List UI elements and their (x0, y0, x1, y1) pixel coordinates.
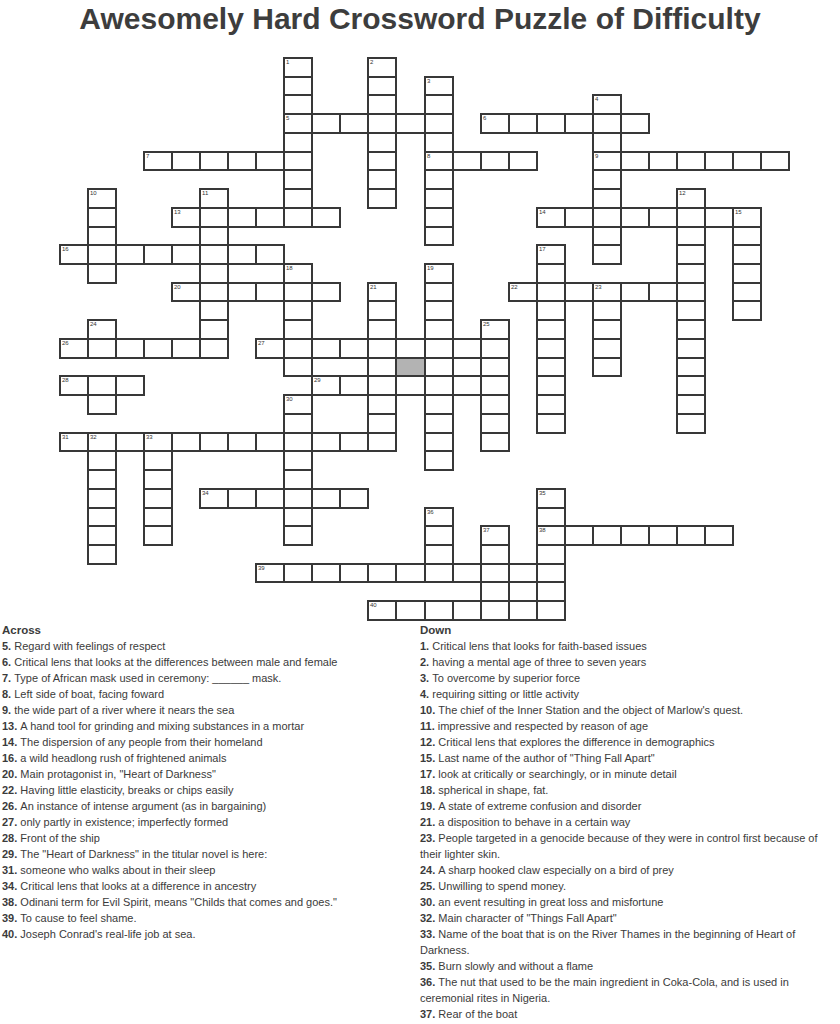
grid-cell[interactable] (564, 525, 594, 546)
grid-cell[interactable] (536, 319, 566, 340)
clue-number: 5. (2, 640, 14, 652)
grid-cell[interactable] (87, 263, 117, 284)
grid-cell[interactable] (676, 413, 706, 434)
grid-cell[interactable] (536, 338, 566, 359)
grid-cell[interactable] (536, 282, 566, 302)
grid-cell[interactable] (115, 375, 145, 396)
cell-number: 15 (735, 209, 742, 216)
grid-cell[interactable] (255, 244, 285, 265)
grid-cell[interactable] (592, 132, 622, 153)
grid-cell[interactable]: 8 (424, 151, 454, 171)
grid-cell[interactable] (480, 151, 510, 171)
grid-cell[interactable] (480, 338, 510, 359)
cell-number: 33 (146, 434, 153, 441)
grid-cell[interactable] (424, 113, 454, 134)
grid-cell[interactable] (395, 563, 426, 583)
grid-cell[interactable] (395, 113, 426, 134)
grid-cell[interactable] (283, 76, 313, 96)
grid-cell[interactable] (367, 188, 397, 209)
grid-cell[interactable] (424, 432, 454, 452)
grid-cell[interactable]: 20 (171, 282, 201, 302)
grid-cell[interactable] (367, 151, 397, 171)
grid-cell[interactable] (480, 394, 510, 415)
grid-cell[interactable] (508, 113, 538, 134)
clue-item: 6. Critical lens that looks at the diffe… (2, 654, 418, 670)
grid-cell[interactable] (283, 300, 313, 321)
grid-cell[interactable] (592, 244, 622, 265)
cell-number: 35 (539, 490, 546, 497)
grid-cell[interactable] (452, 563, 482, 583)
grid-cell[interactable] (732, 300, 762, 321)
grid-cell[interactable] (143, 469, 173, 490)
grid-cell[interactable] (620, 282, 650, 302)
grid-cell[interactable] (395, 338, 426, 359)
grid-cell[interactable] (283, 507, 313, 527)
grid-cell[interactable] (592, 207, 622, 228)
grid-cell[interactable] (199, 244, 229, 265)
grid-cell[interactable]: 5 (283, 113, 313, 134)
grid-cell[interactable] (395, 375, 426, 396)
grid-cell[interactable] (367, 319, 397, 340)
grid-cell[interactable] (255, 151, 285, 171)
grid-cell[interactable] (480, 563, 510, 583)
grid-cell[interactable] (536, 375, 566, 396)
grid-cell[interactable]: 31 (59, 432, 89, 452)
grid-cell[interactable] (115, 338, 145, 359)
grid-cell[interactable]: 2 (367, 57, 397, 78)
grid-cell[interactable] (648, 525, 678, 546)
grid-cell[interactable] (115, 244, 145, 265)
grid-cell[interactable] (255, 207, 285, 228)
grid-cell[interactable] (676, 151, 706, 171)
grid-cell[interactable]: 18 (283, 263, 313, 284)
cell-number: 38 (539, 527, 546, 534)
grid-cell[interactable] (424, 319, 454, 340)
grid-cell[interactable] (283, 132, 313, 153)
grid-cell[interactable] (283, 319, 313, 340)
grid-cell[interactable] (255, 432, 285, 452)
cell-number: 25 (483, 321, 490, 328)
grid-cell[interactable]: 7 (143, 151, 173, 171)
grid-cell[interactable] (367, 375, 397, 396)
grid-cell[interactable]: 36 (424, 507, 454, 527)
grid-cell[interactable]: 12 (676, 188, 706, 209)
clue-number: 6. (2, 656, 14, 668)
grid-cell[interactable] (536, 600, 566, 621)
grid-cell[interactable] (676, 226, 706, 246)
grid-cell[interactable] (732, 263, 762, 284)
grid-cell[interactable] (424, 338, 454, 359)
grid-cell[interactable] (592, 113, 622, 134)
grid-cell[interactable]: 11 (199, 188, 229, 209)
grid-cell[interactable]: 27 (255, 338, 285, 359)
grid-cell[interactable] (199, 432, 229, 452)
clue-item: 25. Unwilling to spend money. (420, 878, 838, 894)
clue-number: 23. (420, 832, 438, 844)
grid-cell[interactable] (283, 151, 313, 171)
grid-cell[interactable] (424, 132, 454, 153)
grid-cell[interactable] (592, 188, 622, 209)
grid-cell[interactable] (311, 282, 341, 302)
grid-cell[interactable] (199, 207, 229, 228)
grid-cell[interactable] (283, 469, 313, 490)
grid-cell[interactable] (592, 319, 622, 340)
grid-cell[interactable] (676, 207, 706, 228)
grid-cell[interactable] (424, 94, 454, 115)
clue-item: 4. requiring sitting or little activity (420, 686, 838, 702)
grid-cell[interactable]: 38 (536, 525, 566, 546)
grid-cell[interactable] (648, 151, 678, 171)
grid-cell[interactable] (367, 76, 397, 96)
grid-cell[interactable]: 4 (592, 94, 622, 115)
grid-cell[interactable] (424, 300, 454, 321)
grid-cell[interactable] (592, 300, 622, 321)
grid-cell[interactable] (283, 450, 313, 471)
grid-cell[interactable] (199, 300, 229, 321)
grid-cell[interactable] (508, 563, 538, 583)
grid-cell[interactable] (676, 244, 706, 265)
grid-cell[interactable] (564, 113, 594, 134)
grid-cell[interactable] (676, 263, 706, 284)
grid-cell[interactable] (536, 300, 566, 321)
cell-number: 8 (427, 153, 430, 160)
grid-cell[interactable] (536, 563, 566, 583)
grid-cell[interactable] (199, 282, 229, 302)
grid-cell[interactable] (592, 169, 622, 190)
grid-cell[interactable]: 24 (87, 319, 117, 340)
clue-number: 36. (420, 976, 438, 988)
grid-cell[interactable] (732, 151, 762, 171)
cell-number: 32 (90, 434, 97, 441)
grid-cell[interactable] (620, 207, 650, 228)
grid-cell[interactable] (143, 450, 173, 471)
grid-cell[interactable] (424, 188, 454, 209)
grid-cell[interactable] (732, 244, 762, 265)
grid-cell[interactable]: 25 (480, 319, 510, 340)
grid-cell[interactable]: 17 (536, 244, 566, 265)
grid-cell[interactable] (87, 525, 117, 546)
grid-cell[interactable] (367, 357, 397, 377)
clue-item: 18. spherical in shape, fat. (420, 782, 838, 798)
grid-cell[interactable] (339, 338, 369, 359)
grid-cell[interactable] (536, 413, 566, 434)
clue-item: 3. To overcome by superior force (420, 670, 838, 686)
grid-cell[interactable] (620, 525, 650, 546)
clue-number: 8. (2, 688, 14, 700)
clue-number: 29. (2, 848, 20, 860)
grid-cell[interactable] (87, 244, 117, 265)
grid-cell[interactable] (452, 151, 482, 171)
grid-cell[interactable] (760, 151, 790, 171)
grid-cell[interactable] (87, 394, 117, 415)
grid-cell[interactable] (311, 207, 341, 228)
grid-cell[interactable]: 23 (592, 282, 622, 302)
clue-number: 35. (420, 960, 438, 972)
grid-cell[interactable] (592, 357, 622, 377)
grid-cell[interactable] (452, 375, 482, 396)
grid-cell[interactable] (676, 357, 706, 377)
grid-cell[interactable] (480, 432, 510, 452)
grid-cell[interactable]: 14 (536, 207, 566, 228)
grid-cell[interactable] (424, 207, 454, 228)
clue-number: 20. (2, 768, 20, 780)
grid-cell[interactable] (592, 525, 622, 546)
grid-cell[interactable] (339, 432, 369, 452)
grid-cell[interactable] (536, 507, 566, 527)
grid-cell[interactable] (704, 207, 734, 228)
across-header: Across (2, 622, 418, 638)
clue-number: 4. (420, 688, 432, 700)
grid-cell[interactable] (732, 282, 762, 302)
grid-cell[interactable]: 35 (536, 488, 566, 509)
grid-cell[interactable] (87, 507, 117, 527)
grid-cell[interactable] (143, 507, 173, 527)
grid-cell[interactable] (395, 600, 426, 621)
grid-cell[interactable] (171, 432, 201, 452)
grid-cell[interactable] (87, 544, 117, 565)
grid-cell[interactable]: 21 (367, 282, 397, 302)
grid-cell[interactable] (536, 357, 566, 377)
grid-cell[interactable] (87, 488, 117, 509)
grid-cell[interactable] (311, 488, 341, 509)
grid-cell[interactable] (508, 151, 538, 171)
clue-number: 40. (2, 928, 20, 940)
grid-cell[interactable] (367, 338, 397, 359)
grid-cell[interactable] (367, 169, 397, 190)
grid-cell[interactable]: 40 (367, 600, 397, 621)
grid-cell[interactable] (171, 244, 201, 265)
grid-cell[interactable] (620, 113, 650, 134)
grid-cell[interactable] (283, 282, 313, 302)
grid-cell[interactable] (367, 113, 397, 134)
grid-cell[interactable] (87, 469, 117, 490)
grid-cell[interactable] (480, 544, 510, 565)
grid-cell[interactable] (283, 94, 313, 115)
grid-cell[interactable] (536, 544, 566, 565)
cell-number: 30 (286, 396, 293, 403)
grid-cell[interactable] (171, 338, 201, 359)
grid-cell[interactable] (227, 151, 257, 171)
clue-number: 32. (420, 912, 438, 924)
grid-cell[interactable] (480, 375, 510, 396)
grid-cell[interactable] (676, 375, 706, 396)
grid-cell[interactable]: 39 (255, 563, 285, 583)
grid-cell[interactable] (283, 413, 313, 434)
grid-cell[interactable] (592, 338, 622, 359)
grid-cell[interactable] (536, 394, 566, 415)
grid-cell[interactable] (676, 300, 706, 321)
grid-cell[interactable] (227, 207, 257, 228)
clue-item: 31. someone who walks about in their sle… (2, 862, 418, 878)
grid-cell[interactable] (648, 282, 678, 302)
clue-number: 17. (420, 768, 438, 780)
cell-number: 19 (427, 265, 434, 272)
grid-cell[interactable] (704, 151, 734, 171)
grid-cell[interactable] (339, 488, 369, 509)
cell-number: 39 (258, 565, 265, 572)
grid-cell[interactable] (283, 563, 313, 583)
grid-cell[interactable] (339, 563, 369, 583)
grid-cell[interactable] (480, 600, 510, 621)
grid-cell[interactable] (676, 525, 706, 546)
grid-cell[interactable]: 26 (59, 338, 89, 359)
grid-cell[interactable] (143, 488, 173, 509)
grid-cell[interactable] (536, 263, 566, 284)
grid-cell[interactable] (87, 375, 117, 396)
grid-cell[interactable] (536, 581, 566, 602)
grid-cell[interactable] (199, 319, 229, 340)
grid-cell[interactable] (143, 338, 173, 359)
grid-cell[interactable] (311, 432, 341, 452)
grid-cell[interactable] (143, 525, 173, 546)
grid-cell[interactable]: 29 (311, 375, 341, 396)
grid-cell[interactable] (367, 563, 397, 583)
grid-cell[interactable] (480, 357, 510, 377)
grid-cell[interactable]: 13 (171, 207, 201, 228)
clue-number: 10. (420, 704, 438, 716)
grid-cell[interactable] (592, 226, 622, 246)
grid-cell[interactable] (564, 282, 594, 302)
grid-cell[interactable] (452, 600, 482, 621)
grid-cell[interactable] (227, 488, 257, 509)
grid-cell[interactable] (283, 488, 313, 509)
grid-cell[interactable] (87, 450, 117, 471)
grid-cell[interactable] (87, 226, 117, 246)
grid-cell[interactable] (424, 394, 454, 415)
grid-cell[interactable]: 10 (87, 188, 117, 209)
grid-cell[interactable] (704, 525, 734, 546)
grid-cell[interactable] (283, 432, 313, 452)
grid-cell[interactable]: 32 (87, 432, 117, 452)
grid-cell[interactable] (424, 169, 454, 190)
grid-cell[interactable] (424, 525, 454, 546)
grid-cell[interactable] (227, 432, 257, 452)
clue-number: 39. (2, 912, 20, 924)
grid-cell[interactable] (536, 113, 566, 134)
grid-cell[interactable] (424, 450, 454, 471)
grid-cell[interactable] (648, 207, 678, 228)
grid-cell[interactable] (171, 151, 201, 171)
grid-cell[interactable] (424, 600, 454, 621)
grid-cell[interactable] (367, 300, 397, 321)
grid-cell[interactable] (676, 319, 706, 340)
grid-cell[interactable] (508, 600, 538, 621)
grid-cell[interactable]: 15 (732, 207, 762, 228)
grid-cell[interactable]: 28 (59, 375, 89, 396)
grid-cell[interactable] (115, 432, 145, 452)
grid-cell[interactable] (424, 226, 454, 246)
grid-cell[interactable] (480, 413, 510, 434)
grid-cell[interactable] (283, 207, 313, 228)
cell-number: 31 (62, 434, 69, 441)
clue-number: 7. (2, 672, 14, 684)
grid-cell[interactable] (311, 338, 341, 359)
grid-cell[interactable] (676, 394, 706, 415)
cell-number: 24 (90, 321, 97, 328)
grid-cell[interactable] (424, 282, 454, 302)
clue-item: 5. Regard with feelings of respect (2, 638, 418, 654)
grid-cell[interactable] (143, 244, 173, 265)
grid-cell[interactable] (255, 488, 285, 509)
clue-number: 11. (420, 720, 438, 732)
grid-cell[interactable]: 3 (424, 76, 454, 96)
grid-cell[interactable] (227, 282, 257, 302)
grid-cell[interactable] (367, 413, 397, 434)
grid-cell[interactable] (367, 394, 397, 415)
grid-cell[interactable]: 22 (508, 282, 538, 302)
grid-cell[interactable] (311, 563, 341, 583)
grid-cell[interactable] (424, 375, 454, 396)
grid-cell[interactable] (367, 94, 397, 115)
clue-item: 40. Joseph Conrad's real-life job at sea… (2, 926, 418, 942)
grid-cell[interactable] (367, 132, 397, 153)
grid-cell[interactable]: 37 (480, 525, 510, 546)
grid-cell[interactable] (480, 581, 510, 602)
grid-cell[interactable] (452, 338, 482, 359)
grid-cell[interactable] (311, 113, 341, 134)
clue-item: 19. A state of extreme confusion and dis… (420, 798, 838, 814)
grid-cell[interactable] (283, 338, 313, 359)
grid-cell[interactable] (339, 113, 369, 134)
clue-number: 14. (2, 736, 20, 748)
grid-cell[interactable] (283, 525, 313, 546)
grid-cell[interactable] (424, 563, 454, 583)
clue-item: 1. Critical lens that looks for faith-ba… (420, 638, 838, 654)
grid-cell[interactable]: 16 (59, 244, 89, 265)
grid-cell[interactable] (227, 244, 257, 265)
crossword-grid: 1234567891011121314151617181920212223242… (59, 57, 789, 620)
clue-item: 15. Last name of the author of "Thing Fa… (420, 750, 838, 766)
cell-number: 12 (679, 190, 686, 197)
grid-cell[interactable] (339, 375, 369, 396)
grid-cell[interactable]: 30 (283, 394, 313, 415)
grid-cell[interactable] (564, 207, 594, 228)
grid-cell[interactable] (424, 413, 454, 434)
grid-cell[interactable] (199, 338, 229, 359)
grid-cell[interactable] (424, 357, 454, 377)
clue-item: 13. A hand tool for grinding and mixing … (2, 718, 418, 734)
grid-cell[interactable] (199, 263, 229, 284)
cell-number: 4 (595, 96, 598, 103)
grid-cell[interactable] (283, 188, 313, 209)
grid-cell[interactable] (283, 357, 313, 377)
grid-cell[interactable]: 9 (592, 151, 622, 171)
cell-number: 22 (511, 284, 518, 291)
grid-cell[interactable] (283, 169, 313, 190)
grid-cell[interactable]: 34 (199, 488, 229, 509)
grid-cell[interactable]: 19 (424, 263, 454, 284)
grid-cell[interactable] (199, 226, 229, 246)
grid-cell[interactable] (255, 282, 285, 302)
cell-number: 7 (146, 153, 149, 160)
grid-cell[interactable] (620, 151, 650, 171)
clue-number: 38. (2, 896, 20, 908)
grid-cell[interactable] (424, 544, 454, 565)
grid-cell[interactable] (199, 151, 229, 171)
cell-number: 36 (427, 509, 434, 516)
grid-cell[interactable] (676, 338, 706, 359)
grid-cell[interactable] (676, 282, 706, 302)
grid-cell[interactable]: 6 (480, 113, 510, 134)
grid-cell[interactable]: 1 (283, 57, 313, 78)
grid-cell[interactable] (87, 207, 117, 228)
grid-cell[interactable]: 33 (143, 432, 173, 452)
grid-cell[interactable] (367, 432, 397, 452)
grid-cell[interactable] (732, 226, 762, 246)
grid-cell[interactable] (87, 338, 117, 359)
cell-number: 2 (370, 59, 373, 66)
grid-cell-gray[interactable] (395, 357, 426, 377)
